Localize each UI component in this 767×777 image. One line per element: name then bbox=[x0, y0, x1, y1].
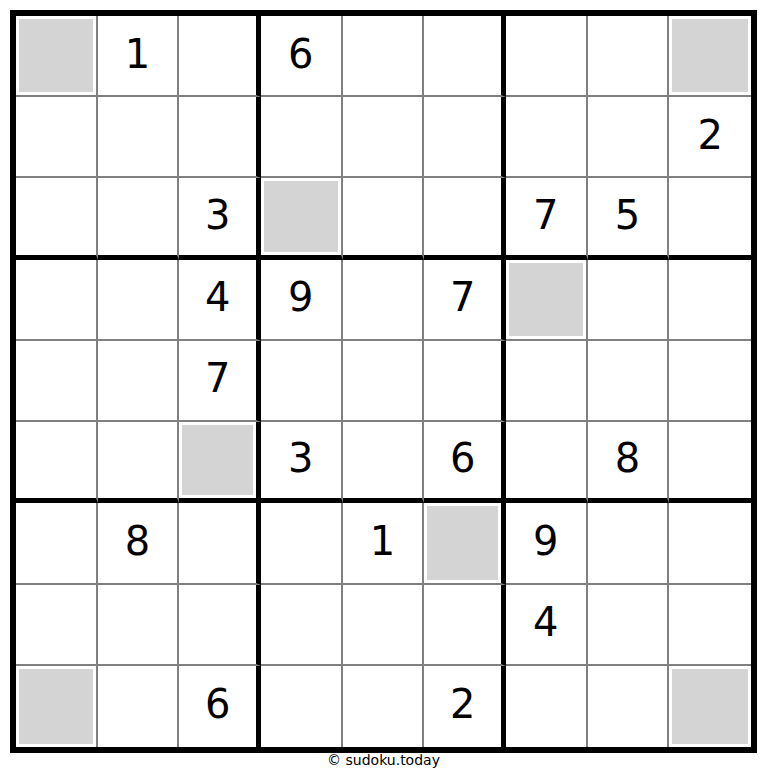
cell-r3c1[interactable] bbox=[16, 178, 98, 259]
cell-r2c8[interactable] bbox=[588, 97, 670, 178]
cell-r5c3[interactable]: 7 bbox=[179, 341, 261, 422]
credit-text: © sudoku.today bbox=[0, 752, 767, 768]
cell-r9c3[interactable]: 6 bbox=[179, 666, 261, 747]
shaded-cell-fill bbox=[672, 19, 748, 92]
cell-r8c1[interactable] bbox=[16, 585, 98, 666]
shaded-cell-fill bbox=[264, 181, 338, 251]
given-digit: 7 bbox=[205, 358, 230, 398]
shaded-cell-fill bbox=[19, 19, 93, 92]
cell-r2c1[interactable] bbox=[16, 97, 98, 178]
cell-r9c8[interactable] bbox=[588, 666, 670, 747]
cell-r9c7[interactable] bbox=[506, 666, 588, 747]
cell-r7c4[interactable] bbox=[261, 503, 343, 584]
cell-r7c2[interactable]: 8 bbox=[98, 503, 180, 584]
given-digit: 6 bbox=[450, 438, 475, 478]
cell-r9c1[interactable] bbox=[16, 666, 98, 747]
cell-r4c5[interactable] bbox=[343, 260, 425, 341]
given-digit: 8 bbox=[615, 438, 640, 478]
given-digit: 7 bbox=[450, 277, 475, 317]
cell-r7c3[interactable] bbox=[179, 503, 261, 584]
cell-r3c3[interactable]: 3 bbox=[179, 178, 261, 259]
cell-r6c6[interactable]: 6 bbox=[424, 422, 506, 503]
cell-r1c1[interactable] bbox=[16, 16, 98, 97]
cell-r3c2[interactable] bbox=[98, 178, 180, 259]
cell-r7c6[interactable] bbox=[424, 503, 506, 584]
cell-r8c9[interactable] bbox=[669, 585, 751, 666]
cell-r8c5[interactable] bbox=[343, 585, 425, 666]
cell-r8c8[interactable] bbox=[588, 585, 670, 666]
cell-r2c4[interactable] bbox=[261, 97, 343, 178]
cell-r9c2[interactable] bbox=[98, 666, 180, 747]
cell-r9c6[interactable]: 2 bbox=[424, 666, 506, 747]
cell-r4c7[interactable] bbox=[506, 260, 588, 341]
given-digit: 9 bbox=[288, 277, 313, 317]
cell-r1c6[interactable] bbox=[424, 16, 506, 97]
cell-r4c4[interactable]: 9 bbox=[261, 260, 343, 341]
cell-r7c1[interactable] bbox=[16, 503, 98, 584]
given-digit: 3 bbox=[205, 195, 230, 235]
cell-r2c3[interactable] bbox=[179, 97, 261, 178]
cell-r6c1[interactable] bbox=[16, 422, 98, 503]
cell-r6c5[interactable] bbox=[343, 422, 425, 503]
cell-r9c9[interactable] bbox=[669, 666, 751, 747]
cell-r6c8[interactable]: 8 bbox=[588, 422, 670, 503]
cell-r7c5[interactable]: 1 bbox=[343, 503, 425, 584]
cell-r6c7[interactable] bbox=[506, 422, 588, 503]
cell-r2c6[interactable] bbox=[424, 97, 506, 178]
given-digit: 5 bbox=[615, 195, 640, 235]
cell-r2c9[interactable]: 2 bbox=[669, 97, 751, 178]
cell-r1c2[interactable]: 1 bbox=[98, 16, 180, 97]
cell-r5c6[interactable] bbox=[424, 341, 506, 422]
cell-r9c5[interactable] bbox=[343, 666, 425, 747]
cell-r4c3[interactable]: 4 bbox=[179, 260, 261, 341]
cell-r6c4[interactable]: 3 bbox=[261, 422, 343, 503]
cell-r1c4[interactable]: 6 bbox=[261, 16, 343, 97]
cell-r8c3[interactable] bbox=[179, 585, 261, 666]
cell-r8c6[interactable] bbox=[424, 585, 506, 666]
cell-r1c9[interactable] bbox=[669, 16, 751, 97]
cell-r1c5[interactable] bbox=[343, 16, 425, 97]
sudoku-board: 1623754977368819462 bbox=[10, 10, 757, 753]
cell-r5c2[interactable] bbox=[98, 341, 180, 422]
cell-r5c1[interactable] bbox=[16, 341, 98, 422]
cell-r1c8[interactable] bbox=[588, 16, 670, 97]
cell-r5c7[interactable] bbox=[506, 341, 588, 422]
shaded-cell-fill bbox=[182, 425, 253, 495]
cell-r6c2[interactable] bbox=[98, 422, 180, 503]
given-digit: 4 bbox=[205, 277, 230, 317]
cell-r8c4[interactable] bbox=[261, 585, 343, 666]
shaded-cell-fill bbox=[427, 506, 498, 579]
cell-r4c2[interactable] bbox=[98, 260, 180, 341]
cell-r2c2[interactable] bbox=[98, 97, 180, 178]
cell-r4c9[interactable] bbox=[669, 260, 751, 341]
shaded-cell-fill bbox=[19, 669, 93, 744]
cell-r8c2[interactable] bbox=[98, 585, 180, 666]
cell-r7c7[interactable]: 9 bbox=[506, 503, 588, 584]
given-digit: 7 bbox=[533, 195, 558, 235]
cell-r2c7[interactable] bbox=[506, 97, 588, 178]
given-digit: 6 bbox=[288, 34, 313, 74]
cell-r6c3[interactable] bbox=[179, 422, 261, 503]
given-digit: 2 bbox=[697, 115, 722, 155]
given-digit: 9 bbox=[533, 521, 558, 561]
cell-r6c9[interactable] bbox=[669, 422, 751, 503]
cell-r5c9[interactable] bbox=[669, 341, 751, 422]
cell-r3c7[interactable]: 7 bbox=[506, 178, 588, 259]
cell-r5c8[interactable] bbox=[588, 341, 670, 422]
cell-r7c8[interactable] bbox=[588, 503, 670, 584]
given-digit: 1 bbox=[370, 521, 395, 561]
given-digit: 6 bbox=[205, 684, 230, 724]
cell-r3c8[interactable]: 5 bbox=[588, 178, 670, 259]
cell-r3c5[interactable] bbox=[343, 178, 425, 259]
cell-r3c4[interactable] bbox=[261, 178, 343, 259]
cell-r1c7[interactable] bbox=[506, 16, 588, 97]
cell-r4c8[interactable] bbox=[588, 260, 670, 341]
cell-r8c7[interactable]: 4 bbox=[506, 585, 588, 666]
given-digit: 1 bbox=[125, 34, 150, 74]
page: 1623754977368819462 © sudoku.today bbox=[0, 0, 767, 777]
given-digit: 4 bbox=[533, 602, 558, 642]
given-digit: 3 bbox=[288, 438, 313, 478]
cell-r5c4[interactable] bbox=[261, 341, 343, 422]
cell-r3c9[interactable] bbox=[669, 178, 751, 259]
cell-r3c6[interactable] bbox=[424, 178, 506, 259]
cell-r1c3[interactable] bbox=[179, 16, 261, 97]
cell-r5c5[interactable] bbox=[343, 341, 425, 422]
shaded-cell-fill bbox=[509, 263, 583, 336]
shaded-cell-fill bbox=[672, 669, 748, 744]
cell-r7c9[interactable] bbox=[669, 503, 751, 584]
given-digit: 2 bbox=[450, 684, 475, 724]
cell-r4c1[interactable] bbox=[16, 260, 98, 341]
cell-r4c6[interactable]: 7 bbox=[424, 260, 506, 341]
cell-r9c4[interactable] bbox=[261, 666, 343, 747]
cell-r2c5[interactable] bbox=[343, 97, 425, 178]
given-digit: 8 bbox=[125, 521, 150, 561]
